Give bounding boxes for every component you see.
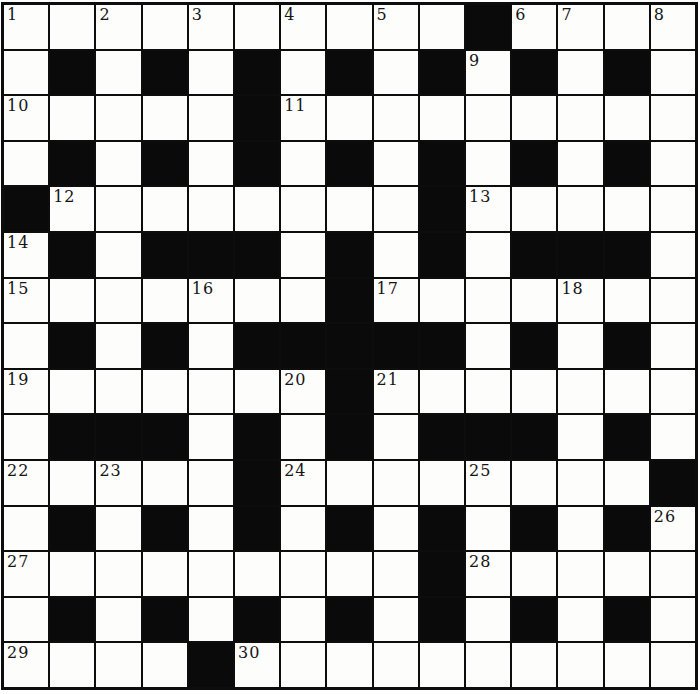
- crossword-cell[interactable]: [374, 187, 418, 231]
- crossword-cell[interactable]: [189, 142, 233, 186]
- black-cell: [512, 415, 556, 459]
- crossword-cell[interactable]: [466, 598, 510, 642]
- crossword-cell[interactable]: 6: [512, 5, 556, 49]
- black-cell: [50, 142, 94, 186]
- crossword-cell[interactable]: [143, 461, 187, 505]
- black-cell: [420, 598, 464, 642]
- black-cell: [235, 324, 279, 368]
- crossword-cell[interactable]: [4, 598, 48, 642]
- crossword-cell[interactable]: [651, 324, 695, 368]
- clue-number: 19: [7, 371, 29, 389]
- crossword-cell[interactable]: [327, 461, 371, 505]
- black-cell: [420, 552, 464, 596]
- black-cell: [651, 461, 695, 505]
- black-cell: [605, 233, 649, 277]
- crossword-cell[interactable]: [420, 370, 464, 414]
- crossword-cell[interactable]: 26: [651, 507, 695, 551]
- black-cell: [143, 233, 187, 277]
- crossword-cell[interactable]: [651, 233, 695, 277]
- black-cell: [327, 51, 371, 95]
- crossword-cell[interactable]: [466, 233, 510, 277]
- black-cell: [50, 233, 94, 277]
- crossword-cell[interactable]: [466, 643, 510, 687]
- crossword-cell[interactable]: [466, 279, 510, 323]
- crossword-cell[interactable]: [4, 507, 48, 551]
- clue-number: 22: [7, 462, 29, 480]
- black-cell: [327, 415, 371, 459]
- crossword-cell[interactable]: 8: [651, 5, 695, 49]
- crossword-cell[interactable]: [235, 187, 279, 231]
- clue-number: 14: [7, 234, 29, 252]
- black-cell: [235, 233, 279, 277]
- black-cell: [605, 415, 649, 459]
- crossword-cell[interactable]: [558, 507, 602, 551]
- crossword-cell[interactable]: [605, 5, 649, 49]
- black-cell: [143, 507, 187, 551]
- crossword-cell[interactable]: [281, 233, 325, 277]
- crossword-cell[interactable]: [512, 461, 556, 505]
- crossword-cell[interactable]: [281, 598, 325, 642]
- black-cell: [420, 51, 464, 95]
- crossword-cell[interactable]: 2: [96, 5, 140, 49]
- crossword-cell[interactable]: 22: [4, 461, 48, 505]
- black-cell: [189, 233, 233, 277]
- clue-number: 3: [192, 6, 203, 24]
- crossword-cell[interactable]: [651, 279, 695, 323]
- crossword-cell[interactable]: [143, 552, 187, 596]
- black-cell: [50, 598, 94, 642]
- crossword-cell[interactable]: 3: [189, 5, 233, 49]
- crossword-cell[interactable]: [374, 142, 418, 186]
- crossword-cell[interactable]: [50, 461, 94, 505]
- crossword-cell[interactable]: 30: [235, 643, 279, 687]
- crossword-cell[interactable]: [327, 552, 371, 596]
- black-cell: [235, 461, 279, 505]
- black-cell: [605, 507, 649, 551]
- crossword-cell[interactable]: [96, 370, 140, 414]
- clue-number: 20: [284, 371, 306, 389]
- crossword-cell[interactable]: [189, 507, 233, 551]
- black-cell: [50, 324, 94, 368]
- crossword-cell[interactable]: [420, 643, 464, 687]
- crossword-cell[interactable]: [4, 324, 48, 368]
- crossword-cell[interactable]: [558, 552, 602, 596]
- crossword-cell[interactable]: [558, 370, 602, 414]
- black-cell: [189, 643, 233, 687]
- crossword-cell[interactable]: [143, 643, 187, 687]
- crossword-cell[interactable]: [281, 279, 325, 323]
- clue-number: 30: [238, 644, 260, 662]
- crossword-cell[interactable]: [651, 142, 695, 186]
- crossword-cell[interactable]: [651, 552, 695, 596]
- crossword-cell[interactable]: 21: [374, 370, 418, 414]
- clue-number: 25: [469, 462, 491, 480]
- crossword-cell[interactable]: [558, 142, 602, 186]
- crossword-cell[interactable]: 27: [4, 552, 48, 596]
- clue-number: 27: [7, 553, 29, 571]
- crossword-cell[interactable]: [143, 96, 187, 140]
- crossword-cell[interactable]: [327, 187, 371, 231]
- black-cell: [512, 598, 556, 642]
- crossword-cell[interactable]: 19: [4, 370, 48, 414]
- crossword-cell[interactable]: [374, 415, 418, 459]
- crossword-cell[interactable]: [143, 279, 187, 323]
- black-cell: [235, 598, 279, 642]
- crossword-cell[interactable]: 29: [4, 643, 48, 687]
- crossword-cell[interactable]: [558, 598, 602, 642]
- clue-number: 29: [7, 644, 29, 662]
- crossword-cell[interactable]: [558, 51, 602, 95]
- clue-number: 11: [284, 97, 306, 115]
- crossword-cell[interactable]: [327, 96, 371, 140]
- black-cell: [327, 233, 371, 277]
- crossword-cell[interactable]: [512, 643, 556, 687]
- black-cell: [235, 51, 279, 95]
- crossword-cell[interactable]: 7: [558, 5, 602, 49]
- crossword-cell[interactable]: [374, 598, 418, 642]
- black-cell: [96, 415, 140, 459]
- crossword-cell[interactable]: [96, 552, 140, 596]
- crossword-cell[interactable]: [50, 5, 94, 49]
- crossword-cell[interactable]: [189, 51, 233, 95]
- crossword-cell[interactable]: [281, 415, 325, 459]
- black-cell: [605, 142, 649, 186]
- clue-number: 28: [469, 553, 491, 571]
- crossword-cell[interactable]: [189, 415, 233, 459]
- crossword-cell[interactable]: [651, 51, 695, 95]
- crossword-cell[interactable]: 14: [4, 233, 48, 277]
- crossword-cell[interactable]: [605, 643, 649, 687]
- crossword-cell[interactable]: [96, 643, 140, 687]
- black-cell: [512, 233, 556, 277]
- crossword-cell[interactable]: 1: [4, 5, 48, 49]
- black-cell: [374, 324, 418, 368]
- black-cell: [143, 324, 187, 368]
- crossword-cell[interactable]: 18: [558, 279, 602, 323]
- crossword-cell[interactable]: [50, 552, 94, 596]
- crossword-board: 1234567891011121314151617181920212223242…: [1, 2, 698, 690]
- clue-number: 13: [469, 188, 491, 206]
- crossword-cell[interactable]: [189, 552, 233, 596]
- crossword-cell[interactable]: [605, 370, 649, 414]
- crossword-cell[interactable]: [558, 461, 602, 505]
- crossword-cell[interactable]: [4, 142, 48, 186]
- crossword-cell[interactable]: [189, 461, 233, 505]
- crossword-cell[interactable]: [374, 233, 418, 277]
- black-cell: [235, 96, 279, 140]
- crossword-cell[interactable]: [4, 51, 48, 95]
- crossword-cell[interactable]: [512, 187, 556, 231]
- black-cell: [327, 598, 371, 642]
- crossword-cell[interactable]: 24: [281, 461, 325, 505]
- crossword-cell[interactable]: [235, 5, 279, 49]
- crossword-cell[interactable]: [420, 5, 464, 49]
- crossword-cell[interactable]: [50, 279, 94, 323]
- black-cell: [143, 415, 187, 459]
- crossword-cell[interactable]: 13: [466, 187, 510, 231]
- crossword-cell[interactable]: [651, 643, 695, 687]
- crossword-cell[interactable]: [96, 233, 140, 277]
- crossword-cell[interactable]: [466, 507, 510, 551]
- clue-number: 16: [192, 280, 214, 298]
- black-cell: [420, 233, 464, 277]
- clue-number: 17: [377, 280, 399, 298]
- crossword-cell[interactable]: 10: [4, 96, 48, 140]
- crossword-cell[interactable]: 23: [96, 461, 140, 505]
- black-cell: [327, 324, 371, 368]
- crossword-cell[interactable]: [281, 51, 325, 95]
- crossword-cell[interactable]: [96, 598, 140, 642]
- crossword-cell[interactable]: [651, 370, 695, 414]
- black-cell: [605, 51, 649, 95]
- crossword-cell[interactable]: [143, 370, 187, 414]
- crossword-cell[interactable]: 9: [466, 51, 510, 95]
- black-cell: [466, 5, 510, 49]
- crossword-cell[interactable]: [466, 96, 510, 140]
- black-cell: [420, 324, 464, 368]
- clue-number: 10: [7, 97, 29, 115]
- crossword-cell[interactable]: [281, 507, 325, 551]
- clue-number: 23: [99, 462, 121, 480]
- clue-number: 6: [515, 6, 526, 24]
- crossword-cell[interactable]: [651, 187, 695, 231]
- clue-number: 5: [377, 6, 388, 24]
- crossword-page: 1234567891011121314151617181920212223242…: [0, 0, 700, 694]
- crossword-cell[interactable]: [374, 507, 418, 551]
- crossword-cell[interactable]: 11: [281, 96, 325, 140]
- clue-number: 7: [561, 6, 572, 24]
- clue-number: 24: [284, 462, 306, 480]
- crossword-cell[interactable]: 28: [466, 552, 510, 596]
- clue-number: 8: [654, 6, 665, 24]
- crossword-cell[interactable]: [235, 370, 279, 414]
- crossword-cell[interactable]: [651, 598, 695, 642]
- crossword-cell[interactable]: 5: [374, 5, 418, 49]
- crossword-cell[interactable]: [374, 552, 418, 596]
- black-cell: [512, 51, 556, 95]
- clue-number: 2: [99, 6, 110, 24]
- crossword-cell[interactable]: [420, 461, 464, 505]
- black-cell: [512, 507, 556, 551]
- black-cell: [327, 507, 371, 551]
- crossword-cell[interactable]: [96, 187, 140, 231]
- black-cell: [235, 415, 279, 459]
- black-cell: [235, 507, 279, 551]
- crossword-cell[interactable]: [281, 552, 325, 596]
- crossword-cell[interactable]: [420, 279, 464, 323]
- black-cell: [50, 507, 94, 551]
- crossword-cell[interactable]: [558, 415, 602, 459]
- crossword-cell[interactable]: [281, 187, 325, 231]
- clue-number: 4: [284, 6, 295, 24]
- black-cell: [420, 187, 464, 231]
- crossword-cell[interactable]: 25: [466, 461, 510, 505]
- crossword-cell[interactable]: [189, 370, 233, 414]
- black-cell: [512, 324, 556, 368]
- black-cell: [420, 415, 464, 459]
- black-cell: [235, 142, 279, 186]
- crossword-cell[interactable]: [96, 51, 140, 95]
- crossword-cell[interactable]: [189, 598, 233, 642]
- black-cell: [143, 51, 187, 95]
- crossword-cell[interactable]: [374, 96, 418, 140]
- crossword-cell[interactable]: [96, 324, 140, 368]
- crossword-cell[interactable]: [512, 279, 556, 323]
- crossword-cell[interactable]: [558, 96, 602, 140]
- crossword-cell[interactable]: [235, 279, 279, 323]
- clue-number: 18: [561, 280, 583, 298]
- crossword-cell[interactable]: [96, 507, 140, 551]
- crossword-cell[interactable]: [605, 96, 649, 140]
- crossword-cell[interactable]: [466, 142, 510, 186]
- black-cell: [50, 51, 94, 95]
- clue-number: 9: [469, 52, 480, 70]
- crossword-cell[interactable]: [327, 5, 371, 49]
- crossword-cell[interactable]: [189, 96, 233, 140]
- crossword-cell[interactable]: [281, 142, 325, 186]
- crossword-cell[interactable]: [605, 552, 649, 596]
- black-cell: [143, 142, 187, 186]
- black-cell: [512, 142, 556, 186]
- crossword-cell[interactable]: 15: [4, 279, 48, 323]
- crossword-cell[interactable]: [651, 415, 695, 459]
- crossword-cell[interactable]: 16: [189, 279, 233, 323]
- clue-number: 1: [7, 6, 18, 24]
- black-cell: [143, 598, 187, 642]
- crossword-cell[interactable]: [512, 96, 556, 140]
- clue-number: 15: [7, 280, 29, 298]
- crossword-cell[interactable]: [50, 643, 94, 687]
- crossword-cell[interactable]: [96, 279, 140, 323]
- crossword-cell[interactable]: [466, 370, 510, 414]
- clue-number: 12: [53, 188, 75, 206]
- crossword-cell[interactable]: [50, 370, 94, 414]
- crossword-cell[interactable]: [466, 324, 510, 368]
- black-cell: [605, 324, 649, 368]
- crossword-cell[interactable]: [605, 279, 649, 323]
- crossword-cell[interactable]: [96, 142, 140, 186]
- crossword-cell[interactable]: [189, 324, 233, 368]
- black-cell: [420, 507, 464, 551]
- black-cell: [558, 233, 602, 277]
- crossword-cell[interactable]: [374, 461, 418, 505]
- black-cell: [327, 279, 371, 323]
- black-cell: [327, 142, 371, 186]
- crossword-cell[interactable]: [143, 187, 187, 231]
- crossword-cell[interactable]: 17: [374, 279, 418, 323]
- crossword-cell[interactable]: [235, 552, 279, 596]
- crossword-cell[interactable]: [327, 643, 371, 687]
- crossword-cell[interactable]: [281, 643, 325, 687]
- crossword-cell[interactable]: 12: [50, 187, 94, 231]
- crossword-cell[interactable]: [605, 187, 649, 231]
- black-cell: [281, 324, 325, 368]
- clue-number: 21: [377, 371, 399, 389]
- crossword-cell[interactable]: [50, 96, 94, 140]
- crossword-cell[interactable]: [374, 643, 418, 687]
- crossword-cell[interactable]: 20: [281, 370, 325, 414]
- crossword-cell[interactable]: [143, 5, 187, 49]
- crossword-cell[interactable]: [420, 96, 464, 140]
- crossword-cell[interactable]: [96, 96, 140, 140]
- crossword-cell[interactable]: [558, 324, 602, 368]
- crossword-cell[interactable]: [558, 643, 602, 687]
- crossword-cell[interactable]: [605, 461, 649, 505]
- crossword-cell[interactable]: [651, 96, 695, 140]
- crossword-cell[interactable]: [512, 370, 556, 414]
- crossword-cell[interactable]: [512, 552, 556, 596]
- black-cell: [327, 370, 371, 414]
- black-cell: [420, 142, 464, 186]
- crossword-cell[interactable]: [4, 415, 48, 459]
- crossword-cell[interactable]: [189, 187, 233, 231]
- black-cell: [605, 598, 649, 642]
- black-cell: [50, 415, 94, 459]
- black-cell: [466, 415, 510, 459]
- clue-number: 26: [654, 508, 676, 526]
- crossword-cell[interactable]: [558, 187, 602, 231]
- crossword-cell[interactable]: [374, 51, 418, 95]
- crossword-cell[interactable]: 4: [281, 5, 325, 49]
- black-cell: [4, 187, 48, 231]
